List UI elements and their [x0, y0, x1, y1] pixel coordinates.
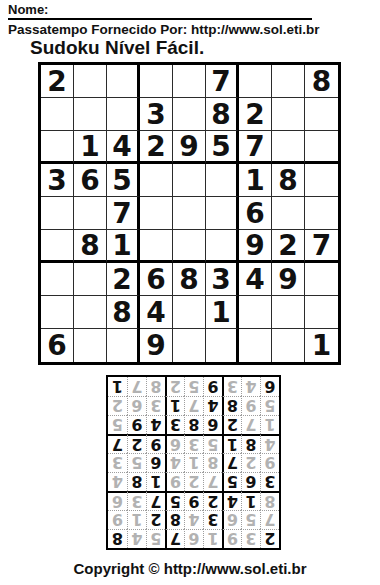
cell-r9c4: 9 — [140, 329, 173, 362]
cell-r5c6 — [206, 197, 239, 230]
cell-r1c1: 2 — [41, 65, 74, 98]
cell-r9c2 — [74, 329, 107, 362]
cell-r7c1 — [41, 263, 74, 296]
cell-r8c5 — [173, 296, 206, 329]
solution-cell-r5c8: 5 — [127, 453, 146, 472]
solution-cell-r1c6: 7 — [165, 529, 184, 548]
solution-cell-r5c4: 8 — [203, 453, 222, 472]
cell-r7c3: 2 — [107, 263, 140, 296]
cell-r8c1 — [41, 296, 74, 329]
solution-cell-r9c6: 2 — [165, 377, 184, 396]
solution-cell-r3c6: 5 — [165, 491, 184, 510]
cell-r1c9: 8 — [305, 65, 338, 98]
solution-cell-r4c2: 6 — [241, 472, 260, 491]
solution-cell-r6c7: 9 — [146, 434, 165, 453]
cell-r8c3: 8 — [107, 296, 140, 329]
solution-cell-r2c8: 1 — [127, 510, 146, 529]
page-title: Sudoku Nível Fácil. — [30, 37, 204, 58]
solution-cell-r2c9: 9 — [108, 510, 127, 529]
cell-r1c8 — [272, 65, 305, 98]
cell-r4c7: 1 — [239, 164, 272, 197]
solution-cell-r3c2: 1 — [241, 491, 260, 510]
cell-r9c9: 1 — [305, 329, 338, 362]
cell-r3c1 — [41, 131, 74, 164]
solution-cell-r8c6: 1 — [165, 396, 184, 415]
cell-r3c8 — [272, 131, 305, 164]
cell-r4c5 — [173, 164, 206, 197]
solution-cell-r5c9: 3 — [108, 453, 127, 472]
solution-cell-r8c3: 8 — [222, 396, 241, 415]
cell-r6c8: 2 — [272, 230, 305, 263]
solution-cell-r3c7: 7 — [146, 491, 165, 510]
solution-cell-r3c8: 3 — [127, 491, 146, 510]
solution-cell-r6c6: 6 — [165, 434, 184, 453]
cell-r9c3 — [107, 329, 140, 362]
cell-r6c5 — [173, 230, 206, 263]
puzzle-grid: 278382142957365187681927268349841691 — [38, 62, 341, 365]
solution-cell-r1c9: 8 — [108, 529, 127, 548]
cell-r7c9 — [305, 263, 338, 296]
cell-r2c7: 2 — [239, 98, 272, 131]
solution-cell-r3c9: 6 — [108, 491, 127, 510]
cell-r3c5: 9 — [173, 131, 206, 164]
solution-cell-r3c3: 4 — [222, 491, 241, 510]
cell-r7c5: 8 — [173, 263, 206, 296]
solution-cell-r8c2: 9 — [241, 396, 260, 415]
cell-r1c5 — [173, 65, 206, 98]
solution-cell-r7c3: 2 — [222, 415, 241, 434]
cell-r8c7 — [239, 296, 272, 329]
solution-cell-r7c2: 7 — [241, 415, 260, 434]
cell-r2c6: 8 — [206, 98, 239, 131]
cell-r2c5 — [173, 98, 206, 131]
solution-cell-r2c3: 6 — [222, 510, 241, 529]
cell-r3c6: 5 — [206, 131, 239, 164]
cell-r2c8 — [272, 98, 305, 131]
cell-r8c9 — [305, 296, 338, 329]
solution-cell-r9c7: 8 — [146, 377, 165, 396]
cell-r1c4 — [140, 65, 173, 98]
solution-cell-r2c1: 7 — [260, 510, 279, 529]
solution-cell-r2c4: 3 — [203, 510, 222, 529]
solution-cell-r5c3: 7 — [222, 453, 241, 472]
cell-r5c9 — [305, 197, 338, 230]
cell-r5c4 — [140, 197, 173, 230]
solution-cell-r7c4: 6 — [203, 415, 222, 434]
solution-cell-r1c5: 6 — [184, 529, 203, 548]
solution-cell-r1c7: 5 — [146, 529, 165, 548]
cell-r4c4 — [140, 164, 173, 197]
solution-cell-r6c8: 2 — [127, 434, 146, 453]
solution-grid-upside-down: 2391675487563482198142957363657291849278… — [106, 375, 281, 550]
cell-r4c9 — [305, 164, 338, 197]
cell-r9c1: 6 — [41, 329, 74, 362]
cell-r2c2 — [74, 98, 107, 131]
cell-r5c3: 7 — [107, 197, 140, 230]
solution-cell-r5c7: 6 — [146, 453, 165, 472]
copyright-text: Copyright © http://www.sol.eti.br — [0, 560, 380, 577]
solution-cell-r4c1: 3 — [260, 472, 279, 491]
cell-r6c7: 9 — [239, 230, 272, 263]
cell-r3c7: 7 — [239, 131, 272, 164]
cell-r5c2 — [74, 197, 107, 230]
solution-cell-r9c3: 3 — [222, 377, 241, 396]
cell-r9c7 — [239, 329, 272, 362]
cell-r4c3: 5 — [107, 164, 140, 197]
solution-cell-r1c2: 3 — [241, 529, 260, 548]
cell-r3c2: 1 — [74, 131, 107, 164]
cell-r2c9 — [305, 98, 338, 131]
solution-cell-r2c2: 5 — [241, 510, 260, 529]
cell-r9c6 — [206, 329, 239, 362]
cell-r3c3: 4 — [107, 131, 140, 164]
cell-r7c7: 4 — [239, 263, 272, 296]
printable-sudoku-page: Nome: Passatempo Fornecido Por: http://w… — [0, 0, 380, 585]
solution-cell-r6c4: 5 — [203, 434, 222, 453]
solution-cell-r8c1: 5 — [260, 396, 279, 415]
solution-cell-r8c9: 2 — [108, 396, 127, 415]
solution-cell-r6c3: 1 — [222, 434, 241, 453]
solution-cell-r7c6: 3 — [165, 415, 184, 434]
solution-cell-r9c9: 1 — [108, 377, 127, 396]
cell-r2c4: 3 — [140, 98, 173, 131]
cell-r8c4: 4 — [140, 296, 173, 329]
solution-cell-r8c8: 6 — [127, 396, 146, 415]
cell-r1c2 — [74, 65, 107, 98]
solution-cell-r8c7: 3 — [146, 396, 165, 415]
solution-cell-r6c5: 3 — [184, 434, 203, 453]
cell-r3c9 — [305, 131, 338, 164]
solution-cell-r1c8: 4 — [127, 529, 146, 548]
cell-r2c1 — [41, 98, 74, 131]
solution-cell-r5c6: 4 — [165, 453, 184, 472]
solution-cell-r4c7: 1 — [146, 472, 165, 491]
cell-r8c2 — [74, 296, 107, 329]
cell-r5c5 — [173, 197, 206, 230]
cell-r4c8: 8 — [272, 164, 305, 197]
cell-r7c6: 3 — [206, 263, 239, 296]
name-line: Nome: — [8, 2, 312, 20]
cell-r9c8 — [272, 329, 305, 362]
solution-cell-r4c5: 2 — [184, 472, 203, 491]
solution-cell-r4c3: 5 — [222, 472, 241, 491]
cell-r7c4: 6 — [140, 263, 173, 296]
solution-cell-r1c3: 9 — [222, 529, 241, 548]
solution-cell-r1c1: 2 — [260, 529, 279, 548]
solution-cell-r6c9: 7 — [108, 434, 127, 453]
solution-cell-r5c1: 9 — [260, 453, 279, 472]
solution-cell-r2c5: 4 — [184, 510, 203, 529]
cell-r6c2: 8 — [74, 230, 107, 263]
cell-r5c7: 6 — [239, 197, 272, 230]
solution-cell-r3c1: 8 — [260, 491, 279, 510]
cell-r5c8 — [272, 197, 305, 230]
solution-cell-r9c8: 7 — [127, 377, 146, 396]
solution-cell-r8c4: 4 — [203, 396, 222, 415]
solution-cell-r6c1: 4 — [260, 434, 279, 453]
cell-r7c2 — [74, 263, 107, 296]
cell-r4c6 — [206, 164, 239, 197]
cell-r6c4 — [140, 230, 173, 263]
cell-r1c3 — [107, 65, 140, 98]
solution-cell-r7c9: 5 — [108, 415, 127, 434]
cell-r8c6: 1 — [206, 296, 239, 329]
solution-cell-r9c5: 5 — [184, 377, 203, 396]
solution-cell-r7c5: 8 — [184, 415, 203, 434]
name-label: Nome: — [8, 2, 48, 17]
cell-r8c8 — [272, 296, 305, 329]
solution-cell-r4c8: 8 — [127, 472, 146, 491]
solution-cell-r4c9: 4 — [108, 472, 127, 491]
cell-r6c3: 1 — [107, 230, 140, 263]
solution-cell-r9c2: 4 — [241, 377, 260, 396]
solution-cell-r1c4: 1 — [203, 529, 222, 548]
solution-cell-r3c5: 9 — [184, 491, 203, 510]
solution-cell-r7c1: 1 — [260, 415, 279, 434]
cell-r9c5 — [173, 329, 206, 362]
cell-r5c1 — [41, 197, 74, 230]
cell-r4c2: 6 — [74, 164, 107, 197]
solution-cell-r9c4: 9 — [203, 377, 222, 396]
solution-cell-r9c1: 6 — [260, 377, 279, 396]
solution-cell-r5c5: 1 — [184, 453, 203, 472]
solution-cell-r3c4: 2 — [203, 491, 222, 510]
cell-r6c6 — [206, 230, 239, 263]
solution-cell-r7c7: 4 — [146, 415, 165, 434]
cell-r1c6: 7 — [206, 65, 239, 98]
solution-cell-r2c7: 2 — [146, 510, 165, 529]
solution-cell-r7c8: 9 — [127, 415, 146, 434]
provider-line: Passatempo Fornecido Por: http://www.sol… — [8, 22, 378, 38]
cell-r7c8: 9 — [272, 263, 305, 296]
solution-cell-r5c2: 2 — [241, 453, 260, 472]
cell-r6c1 — [41, 230, 74, 263]
cell-r3c4: 2 — [140, 131, 173, 164]
cell-r2c3 — [107, 98, 140, 131]
solution-cell-r4c4: 7 — [203, 472, 222, 491]
solution-cell-r2c6: 8 — [165, 510, 184, 529]
solution-cell-r8c5: 7 — [184, 396, 203, 415]
solution-cell-r6c2: 8 — [241, 434, 260, 453]
cell-r1c7 — [239, 65, 272, 98]
solution-cell-r4c6: 9 — [165, 472, 184, 491]
cell-r4c1: 3 — [41, 164, 74, 197]
cell-r6c9: 7 — [305, 230, 338, 263]
